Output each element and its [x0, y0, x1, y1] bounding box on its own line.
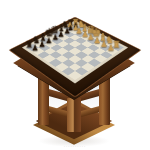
chess-table-photo: ♜♜♞♟♞♟♝♟♝♟♛♟♛♟♚♟♚♟♝♟♝♟♞♟♞♟♜♟♜♟♟♟ ·······… [0, 0, 150, 150]
white-p-piece: ♟ [103, 36, 117, 52]
tabletop-frame: ♜♜♞♟♞♟♝♟♝♟♛♟♛♟♚♟♚♟♝♟♝♟♞♟♞♟♜♟♜♟♟♟ [9, 17, 142, 98]
watermark-text: ·········· [0, 144, 150, 149]
table-leg-front [67, 98, 81, 132]
black-p-piece: ♟ [28, 36, 42, 52]
